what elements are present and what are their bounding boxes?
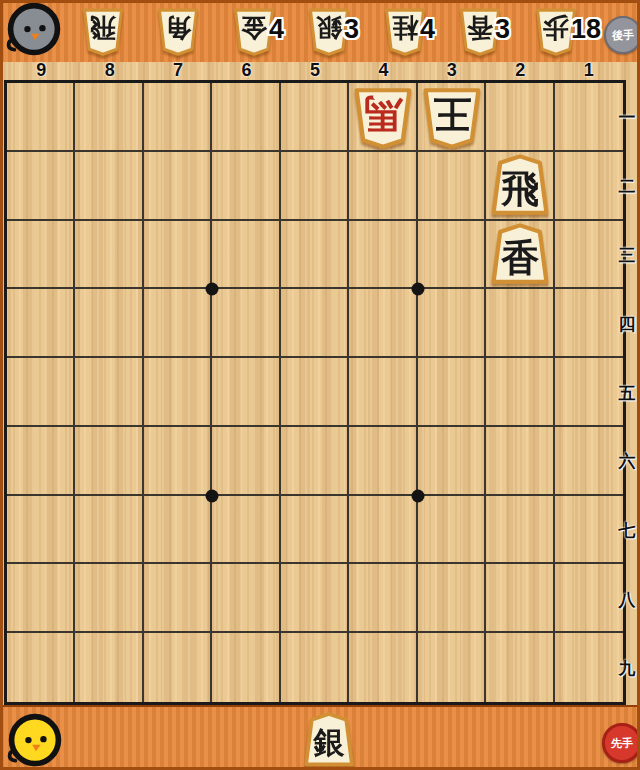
board-cell-3九[interactable]	[418, 633, 486, 702]
board-cell-4六[interactable]	[349, 427, 417, 496]
hand-count-silver: 3	[344, 16, 359, 43]
koma-glyph: 飛	[82, 6, 124, 50]
file-label-7: 7	[161, 61, 195, 79]
board-cell-6八[interactable]	[212, 564, 280, 633]
board-cell-4三[interactable]	[349, 221, 417, 290]
board-cell-6一[interactable]	[212, 83, 280, 152]
rank-label-5: 五	[614, 381, 640, 404]
board-cell-5五[interactable]	[281, 358, 349, 427]
file-label-8: 8	[93, 61, 127, 79]
board-cell-4七[interactable]	[349, 496, 417, 565]
hand-tile-bishop-gote[interactable]: 角	[157, 6, 199, 56]
sente-hand-bar: 銀 先手	[0, 705, 640, 770]
yellow-chick-avatar-icon	[5, 711, 65, 770]
gote-hand-bar: 飛角金4銀3桂4香3歩18 後手	[0, 0, 640, 64]
koma-glyph: 銀	[303, 718, 355, 768]
board-cell-6二[interactable]	[212, 152, 280, 221]
hand-count-pawn: 18	[571, 16, 601, 43]
board-cell-7九[interactable]	[144, 633, 212, 702]
board-cell-1九[interactable]	[555, 633, 623, 702]
board-cell-2七[interactable]	[486, 496, 554, 565]
board-cell-1六[interactable]	[555, 427, 623, 496]
board-cell-9一[interactable]	[7, 83, 75, 152]
board-cell-7一[interactable]	[144, 83, 212, 152]
koma-glyph: 角	[157, 6, 199, 50]
hand-count-gold: 4	[269, 16, 284, 43]
board-koma-lance-sente[interactable]: 香	[490, 223, 550, 287]
rank-label-8: 八	[614, 587, 640, 610]
board-cell-3八[interactable]	[418, 564, 486, 633]
board-cell-1一[interactable]	[555, 83, 623, 152]
hand-tile-rook-gote[interactable]: 飛	[82, 6, 124, 56]
board-cell-5七[interactable]	[281, 496, 349, 565]
hand-count-knight: 4	[420, 16, 435, 43]
board-cell-3六[interactable]	[418, 427, 486, 496]
board-cell-1七[interactable]	[555, 496, 623, 565]
board-cell-9六[interactable]	[7, 427, 75, 496]
board-cell-2八[interactable]	[486, 564, 554, 633]
board-koma-promoted-bishop-gote[interactable]: 馬	[353, 85, 413, 149]
board-cell-6四[interactable]	[212, 289, 280, 358]
board-cell-2六[interactable]	[486, 427, 554, 496]
board-cell-9二[interactable]	[7, 152, 75, 221]
board-cell-9四[interactable]	[7, 289, 75, 358]
koma-glyph: 馬	[353, 85, 413, 141]
board-cell-5九[interactable]	[281, 633, 349, 702]
gote-badge: 後手	[604, 16, 640, 54]
rank-label-3: 三	[614, 243, 640, 266]
board-cell-5二[interactable]	[281, 152, 349, 221]
board-cell-8八[interactable]	[75, 564, 143, 633]
board-cell-5四[interactable]	[281, 289, 349, 358]
board-cell-6三[interactable]	[212, 221, 280, 290]
board-cell-7八[interactable]	[144, 564, 212, 633]
rank-label-9: 九	[614, 656, 640, 679]
board-cell-8九[interactable]	[75, 633, 143, 702]
board-cell-6五[interactable]	[212, 358, 280, 427]
board-cell-1二[interactable]	[555, 152, 623, 221]
file-label-1: 1	[572, 61, 606, 79]
koma-glyph: 王	[422, 85, 482, 141]
star-point	[206, 489, 219, 502]
board-cell-7二[interactable]	[144, 152, 212, 221]
board-koma-rook-sente[interactable]: 飛	[490, 154, 550, 218]
board-cell-8三[interactable]	[75, 221, 143, 290]
board-cell-7四[interactable]	[144, 289, 212, 358]
board-cell-9五[interactable]	[7, 358, 75, 427]
board-cell-5六[interactable]	[281, 427, 349, 496]
board-region: 987654321 一二三四五六七八九 馬王飛香	[0, 62, 640, 705]
board-cell-1八[interactable]	[555, 564, 623, 633]
board-cell-1五[interactable]	[555, 358, 623, 427]
rank-label-1: 一	[614, 106, 640, 129]
board-cell-4五[interactable]	[349, 358, 417, 427]
board-cell-1三[interactable]	[555, 221, 623, 290]
hand-tile-silver-sente[interactable]: 銀	[303, 712, 355, 769]
board-cell-5一[interactable]	[281, 83, 349, 152]
board-cell-7五[interactable]	[144, 358, 212, 427]
file-label-2: 2	[503, 61, 537, 79]
board-cell-9七[interactable]	[7, 496, 75, 565]
board-cell-6六[interactable]	[212, 427, 280, 496]
board-cell-4九[interactable]	[349, 633, 417, 702]
board-cell-3二[interactable]	[418, 152, 486, 221]
board-cell-7三[interactable]	[144, 221, 212, 290]
koma-glyph: 飛	[490, 162, 550, 218]
board-cell-9八[interactable]	[7, 564, 75, 633]
file-label-5: 5	[298, 61, 332, 79]
shogi-app-screen: 飛角金4銀3桂4香3歩18 後手 987654321 一二三四五六七八九 馬王飛…	[0, 0, 640, 770]
board-cell-2四[interactable]	[486, 289, 554, 358]
file-label-6: 6	[230, 61, 264, 79]
board-cell-9九[interactable]	[7, 633, 75, 702]
board-cell-2九[interactable]	[486, 633, 554, 702]
file-label-4: 4	[366, 61, 400, 79]
board-cell-1四[interactable]	[555, 289, 623, 358]
hand-count-lance: 3	[495, 16, 510, 43]
board-cell-8二[interactable]	[75, 152, 143, 221]
board-cell-4二[interactable]	[349, 152, 417, 221]
board-cell-3七[interactable]	[418, 496, 486, 565]
board-cell-7六[interactable]	[144, 427, 212, 496]
sente-badge: 先手	[602, 723, 640, 763]
board-cell-8一[interactable]	[75, 83, 143, 152]
rank-label-4: 四	[614, 312, 640, 335]
board-cell-5三[interactable]	[281, 221, 349, 290]
gray-chick-avatar-icon	[4, 0, 64, 60]
rank-label-2: 二	[614, 175, 640, 198]
rank-label-7: 七	[614, 519, 640, 542]
board-koma-king-gote[interactable]: 王	[422, 85, 482, 149]
board-cell-3四[interactable]	[418, 289, 486, 358]
board-cell-3五[interactable]	[418, 358, 486, 427]
board-cell-8四[interactable]	[75, 289, 143, 358]
board-cell-8五[interactable]	[75, 358, 143, 427]
star-point	[411, 489, 424, 502]
board-cell-5八[interactable]	[281, 564, 349, 633]
board-cell-2一[interactable]	[486, 83, 554, 152]
star-point	[411, 283, 424, 296]
koma-glyph: 香	[490, 231, 550, 287]
board-cell-3三[interactable]	[418, 221, 486, 290]
board-cell-7七[interactable]	[144, 496, 212, 565]
rank-label-6: 六	[614, 450, 640, 473]
star-point	[206, 283, 219, 296]
file-label-3: 3	[435, 61, 469, 79]
board-cell-4八[interactable]	[349, 564, 417, 633]
board-cell-8六[interactable]	[75, 427, 143, 496]
board-cell-9三[interactable]	[7, 221, 75, 290]
file-label-9: 9	[24, 61, 58, 79]
board-cell-2五[interactable]	[486, 358, 554, 427]
board-cell-4四[interactable]	[349, 289, 417, 358]
board-cell-6九[interactable]	[212, 633, 280, 702]
board-cell-6七[interactable]	[212, 496, 280, 565]
board-cell-8七[interactable]	[75, 496, 143, 565]
